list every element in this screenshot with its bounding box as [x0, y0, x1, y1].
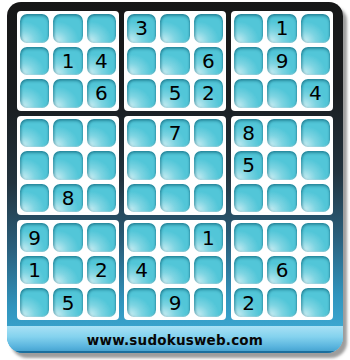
cell-r8c2[interactable] — [53, 256, 82, 285]
cell-r3c8[interactable] — [267, 79, 296, 108]
cell-r9c4[interactable] — [127, 288, 156, 317]
cell-r7c7[interactable] — [234, 223, 263, 252]
cell-r3c3: 6 — [87, 79, 116, 108]
cell-r3c7[interactable] — [234, 79, 263, 108]
website-url[interactable]: www.sudokusweb.com — [87, 332, 263, 348]
box-6: 85 — [231, 116, 333, 216]
cell-r9c3[interactable] — [87, 288, 116, 317]
cell-r5c3[interactable] — [87, 151, 116, 180]
cell-r1c1[interactable] — [20, 14, 49, 43]
cell-r1c7[interactable] — [234, 14, 263, 43]
cell-r4c2[interactable] — [53, 119, 82, 148]
cell-r7c4[interactable] — [127, 223, 156, 252]
box-4: 8 — [17, 116, 119, 216]
cell-r7c1: 9 — [20, 223, 49, 252]
box-7: 9125 — [17, 220, 119, 320]
cell-r9c2: 5 — [53, 288, 82, 317]
cell-r4c7: 8 — [234, 119, 263, 148]
cell-r1c8: 1 — [267, 14, 296, 43]
cell-r5c4[interactable] — [127, 151, 156, 180]
cell-r2c6: 6 — [194, 47, 223, 76]
cell-r4c6[interactable] — [194, 119, 223, 148]
cell-r2c3: 4 — [87, 47, 116, 76]
cell-r9c6[interactable] — [194, 288, 223, 317]
cell-r9c9[interactable] — [301, 288, 330, 317]
cell-r5c7: 5 — [234, 151, 263, 180]
cell-r2c2: 1 — [53, 47, 82, 76]
cell-r2c4[interactable] — [127, 47, 156, 76]
cell-r8c3: 2 — [87, 256, 116, 285]
cell-r8c5[interactable] — [160, 256, 189, 285]
cell-r2c8: 9 — [267, 47, 296, 76]
cell-r5c2[interactable] — [53, 151, 82, 180]
cell-r7c3[interactable] — [87, 223, 116, 252]
cell-r9c5: 9 — [160, 288, 189, 317]
cell-r1c2[interactable] — [53, 14, 82, 43]
cell-r7c2[interactable] — [53, 223, 82, 252]
cell-r6c5[interactable] — [160, 184, 189, 213]
box-1: 146 — [17, 11, 119, 111]
cell-r6c8[interactable] — [267, 184, 296, 213]
cell-r5c9[interactable] — [301, 151, 330, 180]
cell-r6c1[interactable] — [20, 184, 49, 213]
cell-r5c1[interactable] — [20, 151, 49, 180]
box-5: 7 — [124, 116, 226, 216]
cell-r1c5[interactable] — [160, 14, 189, 43]
sudoku-board: 14636521948785912514962 www.sudokusweb.c… — [7, 2, 343, 353]
cell-r1c9[interactable] — [301, 14, 330, 43]
cell-r6c6[interactable] — [194, 184, 223, 213]
cell-r3c9: 4 — [301, 79, 330, 108]
cell-r2c9[interactable] — [301, 47, 330, 76]
cell-r7c6: 1 — [194, 223, 223, 252]
cell-r4c3[interactable] — [87, 119, 116, 148]
cell-r2c1[interactable] — [20, 47, 49, 76]
cell-r8c1: 1 — [20, 256, 49, 285]
cell-r4c1[interactable] — [20, 119, 49, 148]
cell-r4c9[interactable] — [301, 119, 330, 148]
cell-r4c8[interactable] — [267, 119, 296, 148]
cell-r7c9[interactable] — [301, 223, 330, 252]
cell-r6c7[interactable] — [234, 184, 263, 213]
sudoku-grid: 14636521948785912514962 — [17, 11, 333, 320]
cell-r4c5: 7 — [160, 119, 189, 148]
cell-r8c7[interactable] — [234, 256, 263, 285]
cell-r1c4: 3 — [127, 14, 156, 43]
cell-r3c2[interactable] — [53, 79, 82, 108]
cell-r6c2: 8 — [53, 184, 82, 213]
cell-r6c9[interactable] — [301, 184, 330, 213]
cell-r7c8[interactable] — [267, 223, 296, 252]
cell-r7c5[interactable] — [160, 223, 189, 252]
cell-r1c6[interactable] — [194, 14, 223, 43]
cell-r9c1[interactable] — [20, 288, 49, 317]
cell-r8c9[interactable] — [301, 256, 330, 285]
box-2: 3652 — [124, 11, 226, 111]
cell-r6c3[interactable] — [87, 184, 116, 213]
cell-r9c8[interactable] — [267, 288, 296, 317]
box-9: 62 — [231, 220, 333, 320]
cell-r3c1[interactable] — [20, 79, 49, 108]
cell-r1c3[interactable] — [87, 14, 116, 43]
box-3: 194 — [231, 11, 333, 111]
box-8: 149 — [124, 220, 226, 320]
footer-bar: www.sudokusweb.com — [7, 326, 343, 353]
cell-r5c8[interactable] — [267, 151, 296, 180]
cell-r9c7: 2 — [234, 288, 263, 317]
cell-r3c5: 5 — [160, 79, 189, 108]
cell-r6c4[interactable] — [127, 184, 156, 213]
cell-r2c7[interactable] — [234, 47, 263, 76]
cell-r4c4[interactable] — [127, 119, 156, 148]
cell-r8c4: 4 — [127, 256, 156, 285]
cell-r5c5[interactable] — [160, 151, 189, 180]
cell-r2c5[interactable] — [160, 47, 189, 76]
cell-r3c4[interactable] — [127, 79, 156, 108]
cell-r8c6[interactable] — [194, 256, 223, 285]
cell-r5c6[interactable] — [194, 151, 223, 180]
cell-r3c6: 2 — [194, 79, 223, 108]
cell-r8c8: 6 — [267, 256, 296, 285]
